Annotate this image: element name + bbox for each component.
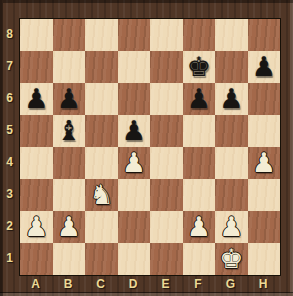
square-a6[interactable]: ♟ xyxy=(20,83,53,115)
square-f3[interactable] xyxy=(183,179,216,211)
frame-groove xyxy=(0,292,293,293)
square-a8[interactable] xyxy=(20,19,53,51)
square-a2[interactable]: ♟ xyxy=(20,211,53,243)
square-e8[interactable] xyxy=(150,19,183,51)
square-h5[interactable] xyxy=(248,115,281,147)
piece-black-pawn[interactable]: ♟ xyxy=(187,85,211,112)
piece-black-pawn[interactable]: ♟ xyxy=(252,53,276,80)
square-a1[interactable] xyxy=(20,243,53,275)
square-h8[interactable] xyxy=(248,19,281,51)
piece-white-pawn[interactable]: ♟ xyxy=(122,149,146,176)
square-a5[interactable] xyxy=(20,115,53,147)
square-c2[interactable] xyxy=(85,211,118,243)
square-f1[interactable] xyxy=(183,243,216,275)
piece-black-bishop[interactable]: ♝ xyxy=(57,117,81,144)
rank-label-4: 4 xyxy=(0,146,19,178)
file-label-f: F xyxy=(182,277,215,291)
square-b7[interactable] xyxy=(53,51,86,83)
square-b4[interactable] xyxy=(53,147,86,179)
square-g4[interactable] xyxy=(215,147,248,179)
piece-black-king[interactable]: ♚ xyxy=(187,53,211,80)
chess-board: ♚♟♟♟♟♟♝♟♟♟♞♟♟♟♟♚ xyxy=(19,18,281,276)
square-h3[interactable] xyxy=(248,179,281,211)
square-h4[interactable]: ♟ xyxy=(248,147,281,179)
square-d5[interactable]: ♟ xyxy=(118,115,151,147)
chess-diagram: ♚♟♟♟♟♟♝♟♟♟♞♟♟♟♟♚ 87654321ABCDEFGH xyxy=(0,0,293,296)
square-d1[interactable] xyxy=(118,243,151,275)
square-c1[interactable] xyxy=(85,243,118,275)
square-e6[interactable] xyxy=(150,83,183,115)
square-g7[interactable] xyxy=(215,51,248,83)
rank-label-7: 7 xyxy=(0,50,19,82)
square-g2[interactable]: ♟ xyxy=(215,211,248,243)
square-g3[interactable] xyxy=(215,179,248,211)
file-label-b: B xyxy=(52,277,85,291)
square-f4[interactable] xyxy=(183,147,216,179)
file-label-a: A xyxy=(19,277,52,291)
file-label-d: D xyxy=(117,277,150,291)
square-e4[interactable] xyxy=(150,147,183,179)
square-e3[interactable] xyxy=(150,179,183,211)
square-h7[interactable]: ♟ xyxy=(248,51,281,83)
square-d6[interactable] xyxy=(118,83,151,115)
rank-label-3: 3 xyxy=(0,178,19,210)
square-g1[interactable]: ♚ xyxy=(215,243,248,275)
file-label-g: G xyxy=(214,277,247,291)
rank-label-5: 5 xyxy=(0,114,19,146)
square-h6[interactable] xyxy=(248,83,281,115)
piece-white-pawn[interactable]: ♟ xyxy=(219,213,243,240)
square-c6[interactable] xyxy=(85,83,118,115)
rank-label-2: 2 xyxy=(0,210,19,242)
piece-white-pawn[interactable]: ♟ xyxy=(57,213,81,240)
square-e7[interactable] xyxy=(150,51,183,83)
square-a3[interactable] xyxy=(20,179,53,211)
piece-white-pawn[interactable]: ♟ xyxy=(252,149,276,176)
file-label-h: H xyxy=(247,277,280,291)
square-a7[interactable] xyxy=(20,51,53,83)
piece-white-knight[interactable]: ♞ xyxy=(89,181,113,208)
square-d2[interactable] xyxy=(118,211,151,243)
square-g8[interactable] xyxy=(215,19,248,51)
square-b5[interactable]: ♝ xyxy=(53,115,86,147)
piece-black-pawn[interactable]: ♟ xyxy=(219,85,243,112)
square-g5[interactable] xyxy=(215,115,248,147)
square-e2[interactable] xyxy=(150,211,183,243)
square-h1[interactable] xyxy=(248,243,281,275)
piece-white-king[interactable]: ♚ xyxy=(219,245,243,272)
square-c5[interactable] xyxy=(85,115,118,147)
file-label-c: C xyxy=(84,277,117,291)
square-a4[interactable] xyxy=(20,147,53,179)
piece-black-pawn[interactable]: ♟ xyxy=(122,117,146,144)
square-g6[interactable]: ♟ xyxy=(215,83,248,115)
square-b8[interactable] xyxy=(53,19,86,51)
square-b2[interactable]: ♟ xyxy=(53,211,86,243)
square-d7[interactable] xyxy=(118,51,151,83)
square-c7[interactable] xyxy=(85,51,118,83)
square-c8[interactable] xyxy=(85,19,118,51)
square-e1[interactable] xyxy=(150,243,183,275)
square-f7[interactable]: ♚ xyxy=(183,51,216,83)
square-f5[interactable] xyxy=(183,115,216,147)
square-c4[interactable] xyxy=(85,147,118,179)
square-e5[interactable] xyxy=(150,115,183,147)
rank-label-1: 1 xyxy=(0,242,19,274)
rank-label-6: 6 xyxy=(0,82,19,114)
square-h2[interactable] xyxy=(248,211,281,243)
file-label-e: E xyxy=(149,277,182,291)
square-b1[interactable] xyxy=(53,243,86,275)
square-c3[interactable]: ♞ xyxy=(85,179,118,211)
piece-black-pawn[interactable]: ♟ xyxy=(57,85,81,112)
rank-label-8: 8 xyxy=(0,18,19,50)
square-d3[interactable] xyxy=(118,179,151,211)
square-f8[interactable] xyxy=(183,19,216,51)
square-f6[interactable]: ♟ xyxy=(183,83,216,115)
square-f2[interactable]: ♟ xyxy=(183,211,216,243)
piece-white-pawn[interactable]: ♟ xyxy=(187,213,211,240)
square-b3[interactable] xyxy=(53,179,86,211)
square-b6[interactable]: ♟ xyxy=(53,83,86,115)
piece-white-pawn[interactable]: ♟ xyxy=(24,213,48,240)
piece-black-pawn[interactable]: ♟ xyxy=(24,85,48,112)
square-d8[interactable] xyxy=(118,19,151,51)
square-d4[interactable]: ♟ xyxy=(118,147,151,179)
